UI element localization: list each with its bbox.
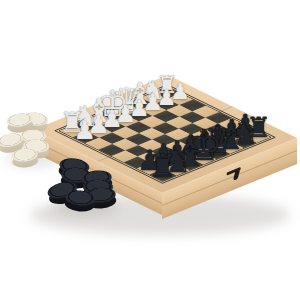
latch-clasp-icon <box>227 163 244 184</box>
product-photo-chess-set: ♜♞♝♛♚♝♞♜♟♟♟♟♟♟♟♟♟♟♟♟♟♟♟♟♜♞♝♛♚♝♞♜ <box>0 0 300 290</box>
piece-white-pawn[interactable]: ♟ <box>74 118 96 143</box>
checker-black[interactable] <box>64 189 96 213</box>
checker-white[interactable] <box>11 147 39 168</box>
clasp-hook <box>233 170 240 180</box>
piece-black-rook[interactable]: ♜ <box>149 150 178 182</box>
